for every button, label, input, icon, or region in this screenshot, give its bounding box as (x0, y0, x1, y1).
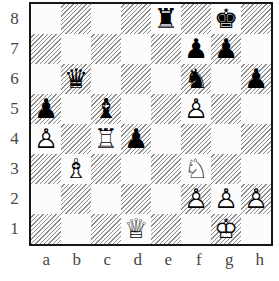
square-f3[interactable]: ♞♘ (181, 154, 211, 184)
square-c3[interactable] (91, 154, 121, 184)
piece-white-queen[interactable]: ♛♕ (121, 214, 151, 244)
square-g1[interactable]: ♚♔ (211, 214, 241, 244)
square-c5[interactable]: ♝ (91, 94, 121, 124)
square-f1[interactable] (181, 214, 211, 244)
square-e5[interactable] (151, 94, 181, 124)
square-g2[interactable]: ♟♙ (211, 184, 241, 214)
piece-black-pawn[interactable]: ♟ (241, 64, 271, 94)
piece-black-pawn[interactable]: ♟ (31, 94, 61, 124)
file-label-c: c (92, 248, 123, 272)
square-d7[interactable] (121, 34, 151, 64)
piece-white-rook[interactable]: ♜♖ (91, 124, 121, 154)
square-g6[interactable] (211, 64, 241, 94)
square-f8[interactable] (181, 4, 211, 34)
piece-outline-layer: ♙ (181, 94, 211, 124)
rank-labels: 87654321 (0, 2, 29, 246)
square-e6[interactable] (151, 64, 181, 94)
square-a4[interactable]: ♟♙ (31, 124, 61, 154)
piece-white-pawn[interactable]: ♟♙ (241, 184, 271, 214)
rank-label-1: 1 (0, 214, 29, 244)
rank-label-8: 8 (0, 4, 29, 34)
square-b7[interactable] (61, 34, 91, 64)
square-f4[interactable] (181, 124, 211, 154)
piece-black-pawn[interactable]: ♟ (121, 124, 151, 154)
square-g3[interactable] (211, 154, 241, 184)
square-b1[interactable] (61, 214, 91, 244)
square-b3[interactable]: ♝♗ (61, 154, 91, 184)
square-d1[interactable]: ♛♕ (121, 214, 151, 244)
board-area: 87654321 ♜♚♟♟♛♞♟♟♝♟♙♟♙♜♖♟♝♗♞♘♟♙♟♙♟♙♛♕♚♔ (0, 0, 279, 246)
square-c7[interactable] (91, 34, 121, 64)
piece-outline-layer: ♙ (181, 184, 211, 214)
piece-white-pawn[interactable]: ♟♙ (181, 184, 211, 214)
file-label-f: f (184, 248, 215, 272)
square-c6[interactable] (91, 64, 121, 94)
square-h6[interactable]: ♟ (241, 64, 271, 94)
square-c2[interactable] (91, 184, 121, 214)
square-a7[interactable] (31, 34, 61, 64)
square-a5[interactable]: ♟ (31, 94, 61, 124)
square-e3[interactable] (151, 154, 181, 184)
piece-black-king[interactable]: ♚ (211, 4, 241, 34)
piece-black-pawn[interactable]: ♟ (181, 34, 211, 64)
square-g7[interactable]: ♟ (211, 34, 241, 64)
square-b8[interactable] (61, 4, 91, 34)
piece-black-rook[interactable]: ♜ (151, 4, 181, 34)
square-a1[interactable] (31, 214, 61, 244)
piece-outline-layer: ♕ (121, 214, 151, 244)
square-h1[interactable] (241, 214, 271, 244)
rank-label-2: 2 (0, 184, 29, 214)
square-a8[interactable] (31, 4, 61, 34)
file-label-a: a (31, 248, 62, 272)
square-b4[interactable] (61, 124, 91, 154)
square-c8[interactable] (91, 4, 121, 34)
piece-black-queen[interactable]: ♛ (61, 64, 91, 94)
square-g5[interactable] (211, 94, 241, 124)
rank-label-4: 4 (0, 124, 29, 154)
piece-black-bishop[interactable]: ♝ (91, 94, 121, 124)
square-f6[interactable]: ♞ (181, 64, 211, 94)
piece-black-knight[interactable]: ♞ (181, 64, 211, 94)
square-a3[interactable] (31, 154, 61, 184)
piece-outline-layer: ♙ (31, 124, 61, 154)
square-b5[interactable] (61, 94, 91, 124)
file-label-e: e (153, 248, 184, 272)
square-h4[interactable] (241, 124, 271, 154)
file-label-b: b (62, 248, 93, 272)
square-a2[interactable] (31, 184, 61, 214)
piece-white-knight[interactable]: ♞♘ (181, 154, 211, 184)
square-f2[interactable]: ♟♙ (181, 184, 211, 214)
file-labels: abcdefgh (31, 248, 275, 272)
square-g8[interactable]: ♚ (211, 4, 241, 34)
piece-white-bishop[interactable]: ♝♗ (61, 154, 91, 184)
chess-diagram: 87654321 ♜♚♟♟♛♞♟♟♝♟♙♟♙♜♖♟♝♗♞♘♟♙♟♙♟♙♛♕♚♔ … (0, 0, 279, 281)
piece-outline-layer: ♖ (91, 124, 121, 154)
square-g4[interactable] (211, 124, 241, 154)
square-d8[interactable] (121, 4, 151, 34)
square-b2[interactable] (61, 184, 91, 214)
square-h8[interactable] (241, 4, 271, 34)
square-c4[interactable]: ♜♖ (91, 124, 121, 154)
square-d5[interactable] (121, 94, 151, 124)
piece-white-king[interactable]: ♚♔ (211, 214, 241, 244)
square-d4[interactable]: ♟ (121, 124, 151, 154)
square-c1[interactable] (91, 214, 121, 244)
square-d2[interactable] (121, 184, 151, 214)
square-e4[interactable] (151, 124, 181, 154)
square-f7[interactable]: ♟ (181, 34, 211, 64)
piece-white-pawn[interactable]: ♟♙ (31, 124, 61, 154)
square-d6[interactable] (121, 64, 151, 94)
square-d3[interactable] (121, 154, 151, 184)
rank-label-7: 7 (0, 34, 29, 64)
square-h2[interactable]: ♟♙ (241, 184, 271, 214)
piece-white-pawn[interactable]: ♟♙ (181, 94, 211, 124)
square-e1[interactable] (151, 214, 181, 244)
piece-white-pawn[interactable]: ♟♙ (211, 184, 241, 214)
rank-label-6: 6 (0, 64, 29, 94)
square-h3[interactable] (241, 154, 271, 184)
chess-board: ♜♚♟♟♛♞♟♟♝♟♙♟♙♜♖♟♝♗♞♘♟♙♟♙♟♙♛♕♚♔ (29, 2, 273, 246)
piece-black-pawn[interactable]: ♟ (211, 34, 241, 64)
square-e7[interactable] (151, 34, 181, 64)
square-e8[interactable]: ♜ (151, 4, 181, 34)
file-label-g: g (214, 248, 245, 272)
piece-outline-layer: ♘ (181, 154, 211, 184)
square-h5[interactable] (241, 94, 271, 124)
file-label-d: d (123, 248, 154, 272)
square-f5[interactable]: ♟♙ (181, 94, 211, 124)
piece-outline-layer: ♙ (241, 184, 271, 214)
square-b6[interactable]: ♛ (61, 64, 91, 94)
square-h7[interactable] (241, 34, 271, 64)
rank-label-5: 5 (0, 94, 29, 124)
piece-outline-layer: ♔ (211, 214, 241, 244)
file-label-h: h (245, 248, 276, 272)
rank-label-3: 3 (0, 154, 29, 184)
square-e2[interactable] (151, 184, 181, 214)
piece-outline-layer: ♗ (61, 154, 91, 184)
piece-outline-layer: ♙ (211, 184, 241, 214)
square-a6[interactable] (31, 64, 61, 94)
